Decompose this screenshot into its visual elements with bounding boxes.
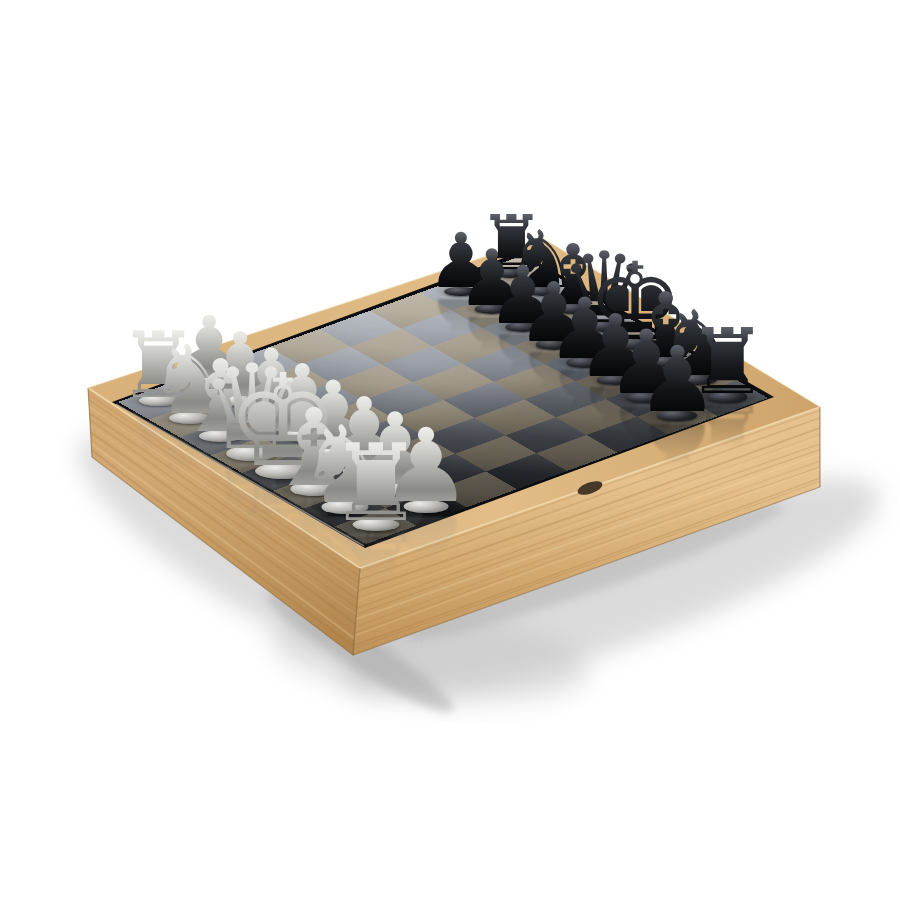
piece-glyph: ♟ — [637, 335, 718, 426]
chess-set-scene: ♜♜♞♞♝♝♛♛♚♚♝♝♞♞♜♜♟♟♟♟♟♟♟♟♟♟♟♟♟♟♟♟♟♟♟♟♟♟♟♟… — [0, 0, 900, 900]
pieces-layer: ♜♜♞♞♝♝♛♛♚♚♝♝♞♞♜♜♟♟♟♟♟♟♟♟♟♟♟♟♟♟♟♟♟♟♟♟♟♟♟♟… — [0, 0, 900, 900]
piece-glyph: ♜ — [328, 430, 424, 537]
